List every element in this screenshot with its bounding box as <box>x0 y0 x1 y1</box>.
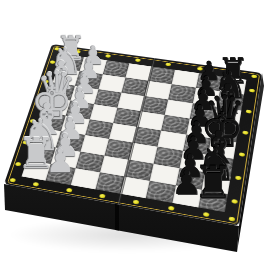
white-pawn-h2[interactable]: ♟ <box>46 145 75 177</box>
stud-icon <box>246 109 252 113</box>
stud-icon <box>105 54 111 58</box>
black-rook-h8[interactable]: ♜ <box>193 160 233 205</box>
chess-set-photo: ♜♟♟♜♞♟♟♞♝♟♟♝♛♟♟♛♚♟♟♚♝♟♟♝♞♟♟♞♜♟♟♜ <box>0 0 265 265</box>
